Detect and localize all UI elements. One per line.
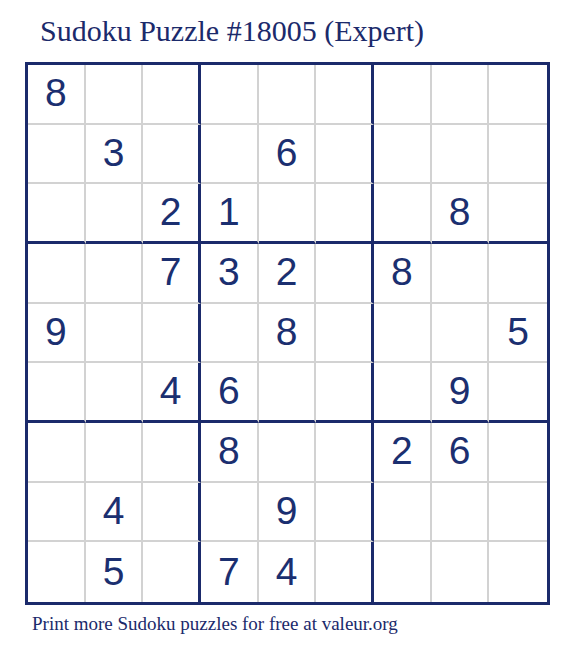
sudoku-cell-r8c2: 4: [86, 483, 144, 543]
sudoku-cell-r7c8: 6: [432, 423, 490, 483]
footer-text: Print more Sudoku puzzles for free at va…: [32, 613, 398, 635]
sudoku-cell-r5c8: [432, 304, 490, 364]
sudoku-cell-r2c3: [143, 125, 201, 185]
sudoku-cell-r5c4: [201, 304, 259, 364]
sudoku-cell-r8c8: [432, 483, 490, 543]
sudoku-cell-r8c9: [489, 483, 547, 543]
sudoku-cell-r9c5: 4: [259, 542, 317, 602]
sudoku-cell-r1c8: [432, 65, 490, 125]
sudoku-cell-r1c9: [489, 65, 547, 125]
sudoku-cell-r2c1: [28, 125, 86, 185]
sudoku-cell-r8c5: 9: [259, 483, 317, 543]
sudoku-cell-r5c5: 8: [259, 304, 317, 364]
sudoku-cell-r3c9: [489, 184, 547, 244]
sudoku-cell-r6c7: [374, 363, 432, 423]
sudoku-cell-r9c4: 7: [201, 542, 259, 602]
given-digit: 8: [218, 431, 240, 470]
sudoku-cell-r4c9: [489, 244, 547, 304]
sudoku-cell-r3c4: 1: [201, 184, 259, 244]
given-digit: 4: [103, 491, 125, 530]
sudoku-cell-r5c6: [316, 304, 374, 364]
given-digit: 8: [276, 312, 298, 351]
given-digit: 2: [276, 252, 298, 291]
sudoku-cell-r9c2: 5: [86, 542, 144, 602]
sudoku-cell-r7c3: [143, 423, 201, 483]
sudoku-cell-r5c2: [86, 304, 144, 364]
given-digit: 2: [391, 431, 413, 470]
sudoku-cell-r1c7: [374, 65, 432, 125]
sudoku-cell-r6c2: [86, 363, 144, 423]
sudoku-cell-r3c1: [28, 184, 86, 244]
sudoku-cell-r5c1: 9: [28, 304, 86, 364]
sudoku-cell-r5c3: [143, 304, 201, 364]
given-digit: 4: [160, 371, 182, 410]
sudoku-cell-r8c7: [374, 483, 432, 543]
sudoku-cell-r2c7: [374, 125, 432, 185]
sudoku-cell-r5c7: [374, 304, 432, 364]
sudoku-cell-r3c5: [259, 184, 317, 244]
given-digit: 5: [103, 552, 125, 591]
sudoku-cell-r6c1: [28, 363, 86, 423]
given-digit: 9: [449, 371, 471, 410]
sudoku-cell-r7c4: 8: [201, 423, 259, 483]
sudoku-cell-r9c3: [143, 542, 201, 602]
given-digit: 8: [391, 252, 413, 291]
sudoku-cell-r9c7: [374, 542, 432, 602]
given-digit: 1: [218, 192, 240, 231]
sudoku-cell-r1c2: [86, 65, 144, 125]
sudoku-cell-r4c7: 8: [374, 244, 432, 304]
sudoku-cell-r6c3: 4: [143, 363, 201, 423]
sudoku-cell-r7c5: [259, 423, 317, 483]
sudoku-cell-r1c5: [259, 65, 317, 125]
sudoku-grid: 836218732898546982649574: [25, 62, 550, 605]
sudoku-cell-r2c2: 3: [86, 125, 144, 185]
sudoku-cell-r7c9: [489, 423, 547, 483]
sudoku-cell-r2c6: [316, 125, 374, 185]
sudoku-cell-r4c3: 7: [143, 244, 201, 304]
sudoku-cell-r6c9: [489, 363, 547, 423]
sudoku-cell-r2c5: 6: [259, 125, 317, 185]
given-digit: 6: [218, 371, 240, 410]
sudoku-cell-r4c6: [316, 244, 374, 304]
given-digit: 2: [160, 192, 182, 231]
given-digit: 7: [160, 252, 182, 291]
sudoku-cell-r8c3: [143, 483, 201, 543]
given-digit: 6: [449, 431, 471, 470]
given-digit: 6: [276, 133, 298, 172]
given-digit: 5: [507, 312, 529, 351]
sudoku-cell-r8c1: [28, 483, 86, 543]
sudoku-cell-r4c2: [86, 244, 144, 304]
sudoku-cell-r5c9: 5: [489, 304, 547, 364]
sudoku-cell-r3c7: [374, 184, 432, 244]
sudoku-cell-r9c9: [489, 542, 547, 602]
sudoku-cell-r1c6: [316, 65, 374, 125]
given-digit: 3: [103, 133, 125, 172]
given-digit: 7: [218, 552, 240, 591]
sudoku-cell-r3c2: [86, 184, 144, 244]
sudoku-cell-r7c2: [86, 423, 144, 483]
sudoku-cell-r1c3: [143, 65, 201, 125]
sudoku-cell-r2c9: [489, 125, 547, 185]
sudoku-cell-r9c6: [316, 542, 374, 602]
sudoku-cell-r7c7: 2: [374, 423, 432, 483]
sudoku-cell-r3c8: 8: [432, 184, 490, 244]
sudoku-cell-r7c1: [28, 423, 86, 483]
sudoku-cell-r1c1: 8: [28, 65, 86, 125]
sudoku-cell-r6c6: [316, 363, 374, 423]
sudoku-cell-r6c8: 9: [432, 363, 490, 423]
sudoku-cell-r2c8: [432, 125, 490, 185]
given-digit: 8: [45, 73, 67, 112]
sudoku-cell-r4c4: 3: [201, 244, 259, 304]
given-digit: 3: [218, 252, 240, 291]
sudoku-cell-r6c4: 6: [201, 363, 259, 423]
given-digit: 9: [276, 491, 298, 530]
sudoku-cell-r4c1: [28, 244, 86, 304]
sudoku-cell-r3c6: [316, 184, 374, 244]
sudoku-cell-r2c4: [201, 125, 259, 185]
sudoku-cell-r4c8: [432, 244, 490, 304]
sudoku-cell-r7c6: [316, 423, 374, 483]
sudoku-cell-r1c4: [201, 65, 259, 125]
given-digit: 8: [449, 192, 471, 231]
sudoku-cell-r9c1: [28, 542, 86, 602]
sudoku-cell-r8c4: [201, 483, 259, 543]
sudoku-cell-r4c5: 2: [259, 244, 317, 304]
given-digit: 4: [276, 552, 298, 591]
given-digit: 9: [45, 312, 67, 351]
sudoku-cell-r9c8: [432, 542, 490, 602]
sudoku-cell-r8c6: [316, 483, 374, 543]
sudoku-cell-r3c3: 2: [143, 184, 201, 244]
sudoku-cell-r6c5: [259, 363, 317, 423]
page-title: Sudoku Puzzle #18005 (Expert): [40, 14, 424, 48]
